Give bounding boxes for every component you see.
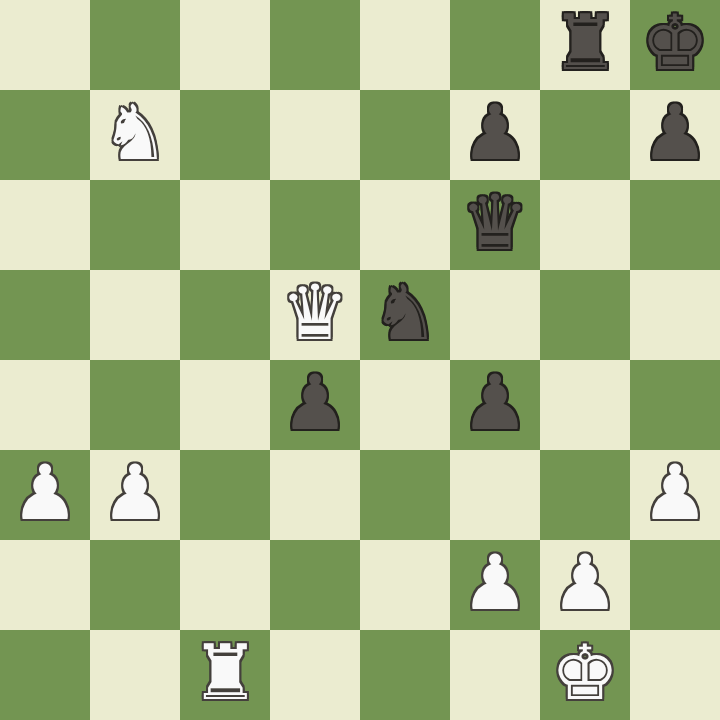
square-f7[interactable]: ♟: [450, 90, 540, 180]
square-e2[interactable]: [360, 540, 450, 630]
square-c2[interactable]: [180, 540, 270, 630]
square-c5[interactable]: [180, 270, 270, 360]
piece-black-queen[interactable]: ♛: [461, 185, 529, 261]
chess-board: ♜♚♞♟♟♛♛♞♟♟♟♟♟♟♟♜♚: [0, 0, 720, 720]
square-d5[interactable]: ♛: [270, 270, 360, 360]
square-a5[interactable]: [0, 270, 90, 360]
square-d7[interactable]: [270, 90, 360, 180]
square-e3[interactable]: [360, 450, 450, 540]
square-e4[interactable]: [360, 360, 450, 450]
square-b4[interactable]: [90, 360, 180, 450]
square-a4[interactable]: [0, 360, 90, 450]
square-g5[interactable]: [540, 270, 630, 360]
square-h1[interactable]: [630, 630, 720, 720]
piece-black-knight[interactable]: ♞: [371, 275, 439, 351]
piece-white-knight[interactable]: ♞: [101, 95, 169, 171]
square-b6[interactable]: [90, 180, 180, 270]
square-a1[interactable]: [0, 630, 90, 720]
square-f4[interactable]: ♟: [450, 360, 540, 450]
piece-white-queen[interactable]: ♛: [281, 275, 349, 351]
square-h8[interactable]: ♚: [630, 0, 720, 90]
square-f3[interactable]: [450, 450, 540, 540]
piece-white-pawn[interactable]: ♟: [551, 545, 619, 621]
piece-white-king[interactable]: ♚: [551, 635, 619, 711]
square-c6[interactable]: [180, 180, 270, 270]
piece-black-pawn[interactable]: ♟: [461, 95, 529, 171]
square-g4[interactable]: [540, 360, 630, 450]
square-a6[interactable]: [0, 180, 90, 270]
square-g6[interactable]: [540, 180, 630, 270]
square-f2[interactable]: ♟: [450, 540, 540, 630]
square-h4[interactable]: [630, 360, 720, 450]
piece-black-pawn[interactable]: ♟: [461, 365, 529, 441]
square-b5[interactable]: [90, 270, 180, 360]
piece-white-pawn[interactable]: ♟: [641, 455, 709, 531]
square-g8[interactable]: ♜: [540, 0, 630, 90]
piece-white-pawn[interactable]: ♟: [101, 455, 169, 531]
piece-black-rook[interactable]: ♜: [551, 5, 619, 81]
piece-black-pawn[interactable]: ♟: [641, 95, 709, 171]
square-f6[interactable]: ♛: [450, 180, 540, 270]
square-e7[interactable]: [360, 90, 450, 180]
square-b1[interactable]: [90, 630, 180, 720]
square-d2[interactable]: [270, 540, 360, 630]
square-c4[interactable]: [180, 360, 270, 450]
square-b3[interactable]: ♟: [90, 450, 180, 540]
square-d8[interactable]: [270, 0, 360, 90]
square-h7[interactable]: ♟: [630, 90, 720, 180]
square-b7[interactable]: ♞: [90, 90, 180, 180]
square-e8[interactable]: [360, 0, 450, 90]
square-d6[interactable]: [270, 180, 360, 270]
square-b2[interactable]: [90, 540, 180, 630]
square-g3[interactable]: [540, 450, 630, 540]
square-e6[interactable]: [360, 180, 450, 270]
square-c1[interactable]: ♜: [180, 630, 270, 720]
square-g7[interactable]: [540, 90, 630, 180]
square-d1[interactable]: [270, 630, 360, 720]
square-e1[interactable]: [360, 630, 450, 720]
square-b8[interactable]: [90, 0, 180, 90]
square-g1[interactable]: ♚: [540, 630, 630, 720]
piece-white-pawn[interactable]: ♟: [461, 545, 529, 621]
square-h2[interactable]: [630, 540, 720, 630]
piece-black-king[interactable]: ♚: [641, 5, 709, 81]
piece-white-rook[interactable]: ♜: [191, 635, 259, 711]
square-a3[interactable]: ♟: [0, 450, 90, 540]
square-c3[interactable]: [180, 450, 270, 540]
piece-black-pawn[interactable]: ♟: [281, 365, 349, 441]
square-a8[interactable]: [0, 0, 90, 90]
square-a2[interactable]: [0, 540, 90, 630]
square-e5[interactable]: ♞: [360, 270, 450, 360]
square-f5[interactable]: [450, 270, 540, 360]
square-c8[interactable]: [180, 0, 270, 90]
square-f1[interactable]: [450, 630, 540, 720]
square-h3[interactable]: ♟: [630, 450, 720, 540]
square-h6[interactable]: [630, 180, 720, 270]
square-f8[interactable]: [450, 0, 540, 90]
square-h5[interactable]: [630, 270, 720, 360]
square-d4[interactable]: ♟: [270, 360, 360, 450]
square-d3[interactable]: [270, 450, 360, 540]
square-g2[interactable]: ♟: [540, 540, 630, 630]
piece-white-pawn[interactable]: ♟: [11, 455, 79, 531]
square-a7[interactable]: [0, 90, 90, 180]
square-c7[interactable]: [180, 90, 270, 180]
